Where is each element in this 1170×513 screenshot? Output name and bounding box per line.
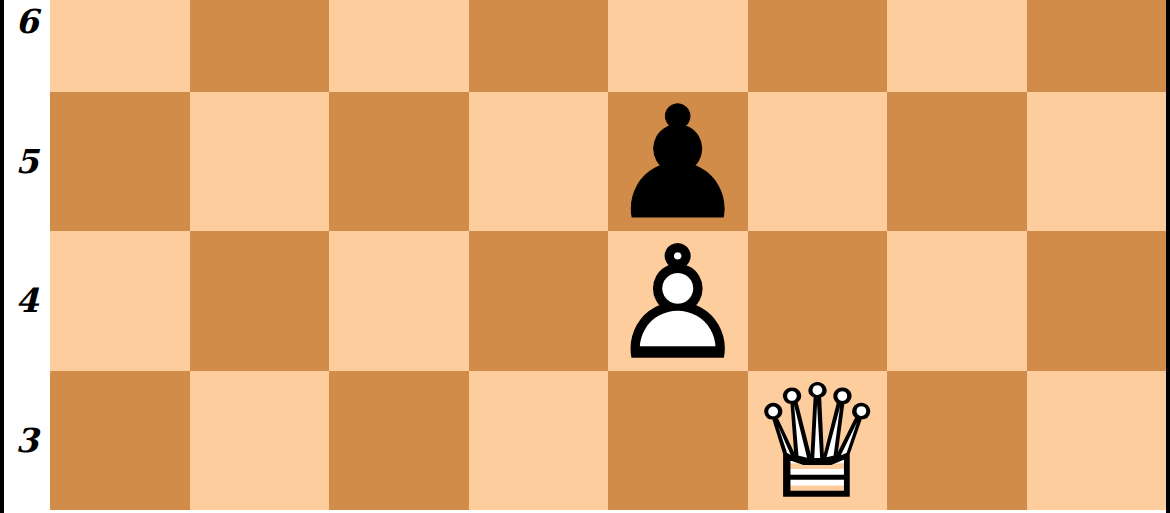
white-queen-outline-glyph: ♕	[748, 365, 888, 513]
square-c3[interactable]	[329, 371, 469, 511]
square-e5[interactable]: ♟	[608, 92, 748, 232]
chess-board-screenshot: 65♟4♟♙3♛♕	[0, 0, 1170, 513]
square-a5[interactable]	[50, 92, 190, 232]
square-f6[interactable]	[748, 0, 888, 92]
rank-label-3: 3	[4, 371, 50, 511]
square-d6[interactable]	[469, 0, 609, 92]
square-h4[interactable]	[1027, 231, 1167, 371]
rank-label-4: 4	[4, 231, 50, 371]
square-c5[interactable]	[329, 92, 469, 232]
board-left-border	[0, 0, 4, 513]
square-h5[interactable]	[1027, 92, 1167, 232]
white-pawn[interactable]: ♟♙	[608, 231, 748, 371]
square-b3[interactable]	[190, 371, 330, 511]
black-pawn[interactable]: ♟	[608, 92, 748, 232]
white-queen[interactable]: ♛♕	[748, 371, 888, 511]
square-e4[interactable]: ♟♙	[608, 231, 748, 371]
white-queen-fill-glyph: ♛	[748, 365, 888, 513]
square-g4[interactable]	[887, 231, 1027, 371]
square-b5[interactable]	[190, 92, 330, 232]
square-g6[interactable]	[887, 0, 1027, 92]
square-f4[interactable]	[748, 231, 888, 371]
square-b6[interactable]	[190, 0, 330, 92]
chess-board: 65♟4♟♙3♛♕	[4, 0, 1166, 510]
rank-label-5: 5	[4, 92, 50, 232]
square-h3[interactable]	[1027, 371, 1167, 511]
square-d4[interactable]	[469, 231, 609, 371]
board-right-border	[1166, 0, 1170, 513]
square-a6[interactable]	[50, 0, 190, 92]
square-b4[interactable]	[190, 231, 330, 371]
square-g3[interactable]	[887, 371, 1027, 511]
square-f5[interactable]	[748, 92, 888, 232]
square-a3[interactable]	[50, 371, 190, 511]
white-pawn-fill-glyph: ♟	[608, 226, 748, 381]
square-f3[interactable]: ♛♕	[748, 371, 888, 511]
square-c6[interactable]	[329, 0, 469, 92]
black-pawn-glyph: ♟	[608, 86, 748, 241]
square-a4[interactable]	[50, 231, 190, 371]
square-d3[interactable]	[469, 371, 609, 511]
rank-label-6: 6	[4, 0, 50, 92]
square-e3[interactable]	[608, 371, 748, 511]
square-d5[interactable]	[469, 92, 609, 232]
square-h6[interactable]	[1027, 0, 1167, 92]
square-g5[interactable]	[887, 92, 1027, 232]
square-e6[interactable]	[608, 0, 748, 92]
white-pawn-outline-glyph: ♙	[608, 226, 748, 381]
square-c4[interactable]	[329, 231, 469, 371]
